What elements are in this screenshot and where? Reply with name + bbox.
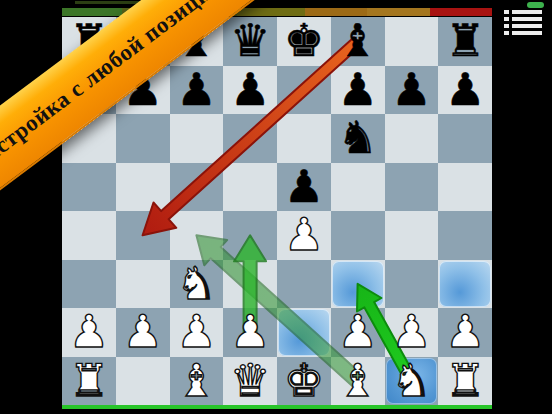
status-indicator-pill (527, 2, 544, 8)
chess-app-screen: { "app": { "banner_text": "Настройка с л… (0, 0, 552, 414)
list-icon-bar (512, 17, 542, 21)
piece-white-knight-g1[interactable]: ♞ (385, 357, 439, 406)
square-a5[interactable] (62, 163, 116, 212)
list-icon-bar (512, 10, 542, 14)
list-icon-row (504, 10, 542, 14)
piece-black-pawn-c7[interactable]: ♟ (170, 66, 224, 115)
square-f3[interactable] (331, 260, 385, 309)
list-icon-bullet (504, 24, 509, 28)
square-a4[interactable] (62, 211, 116, 260)
piece-white-queen-d1[interactable]: ♛ (223, 357, 277, 406)
square-e6[interactable] (277, 114, 331, 163)
square-h3[interactable] (438, 260, 492, 309)
piece-white-pawn-a2[interactable]: ♟ (62, 308, 116, 357)
piece-black-pawn-f7[interactable]: ♟ (331, 66, 385, 115)
square-h5[interactable] (438, 163, 492, 212)
square-f5[interactable] (331, 163, 385, 212)
piece-black-pawn-d7[interactable]: ♟ (223, 66, 277, 115)
list-icon-bar (512, 24, 542, 28)
square-d4[interactable] (223, 211, 277, 260)
piece-white-pawn-f2[interactable]: ♟ (331, 308, 385, 357)
piece-white-rook-h1[interactable]: ♜ (438, 357, 492, 406)
square-h4[interactable] (438, 211, 492, 260)
piece-white-pawn-e4[interactable]: ♟ (277, 211, 331, 260)
piece-black-pawn-h7[interactable]: ♟ (438, 66, 492, 115)
square-d5[interactable] (223, 163, 277, 212)
square-g4[interactable] (385, 211, 439, 260)
square-c6[interactable] (170, 114, 224, 163)
square-d3[interactable] (223, 260, 277, 309)
piece-black-knight-f6[interactable]: ♞ (331, 114, 385, 163)
list-icon-bullet (504, 10, 509, 14)
list-icon-row (504, 31, 542, 35)
piece-black-rook-h8[interactable]: ♜ (438, 17, 492, 66)
piece-black-queen-d8[interactable]: ♛ (223, 17, 277, 66)
move-list-icon[interactable] (504, 10, 542, 35)
piece-white-pawn-d2[interactable]: ♟ (223, 308, 277, 357)
list-icon-bullet (504, 17, 509, 21)
square-a3[interactable] (62, 260, 116, 309)
square-g3[interactable] (385, 260, 439, 309)
square-d6[interactable] (223, 114, 277, 163)
piece-white-bishop-f1[interactable]: ♝ (331, 357, 385, 406)
square-b4[interactable] (116, 211, 170, 260)
square-g6[interactable] (385, 114, 439, 163)
piece-white-knight-c3[interactable]: ♞ (170, 260, 224, 309)
piece-black-pawn-g7[interactable]: ♟ (385, 66, 439, 115)
square-b5[interactable] (116, 163, 170, 212)
legal-move-highlight (278, 309, 330, 356)
square-h6[interactable] (438, 114, 492, 163)
list-icon-row (504, 17, 542, 21)
piece-white-king-e1[interactable]: ♚ (277, 357, 331, 406)
square-g5[interactable] (385, 163, 439, 212)
piece-white-pawn-c2[interactable]: ♟ (170, 308, 224, 357)
piece-black-bishop-f8[interactable]: ♝ (331, 17, 385, 66)
piece-white-pawn-h2[interactable]: ♟ (438, 308, 492, 357)
piece-black-king-e8[interactable]: ♚ (277, 17, 331, 66)
square-e7[interactable] (277, 66, 331, 115)
list-icon-bar (512, 31, 542, 35)
square-b1[interactable] (116, 357, 170, 406)
square-f4[interactable] (331, 211, 385, 260)
list-icon-row (504, 24, 542, 28)
legal-move-highlight (439, 261, 491, 308)
square-e3[interactable] (277, 260, 331, 309)
square-b6[interactable] (116, 114, 170, 163)
legal-move-highlight (332, 261, 384, 308)
piece-black-pawn-e5[interactable]: ♟ (277, 163, 331, 212)
square-c5[interactable] (170, 163, 224, 212)
square-g8[interactable] (385, 17, 439, 66)
square-b3[interactable] (116, 260, 170, 309)
list-icon-bullet (504, 31, 509, 35)
piece-white-pawn-g2[interactable]: ♟ (385, 308, 439, 357)
square-e2[interactable] (277, 308, 331, 357)
piece-white-bishop-c1[interactable]: ♝ (170, 357, 224, 406)
piece-white-pawn-b2[interactable]: ♟ (116, 308, 170, 357)
piece-white-rook-a1[interactable]: ♜ (62, 357, 116, 406)
square-c4[interactable] (170, 211, 224, 260)
